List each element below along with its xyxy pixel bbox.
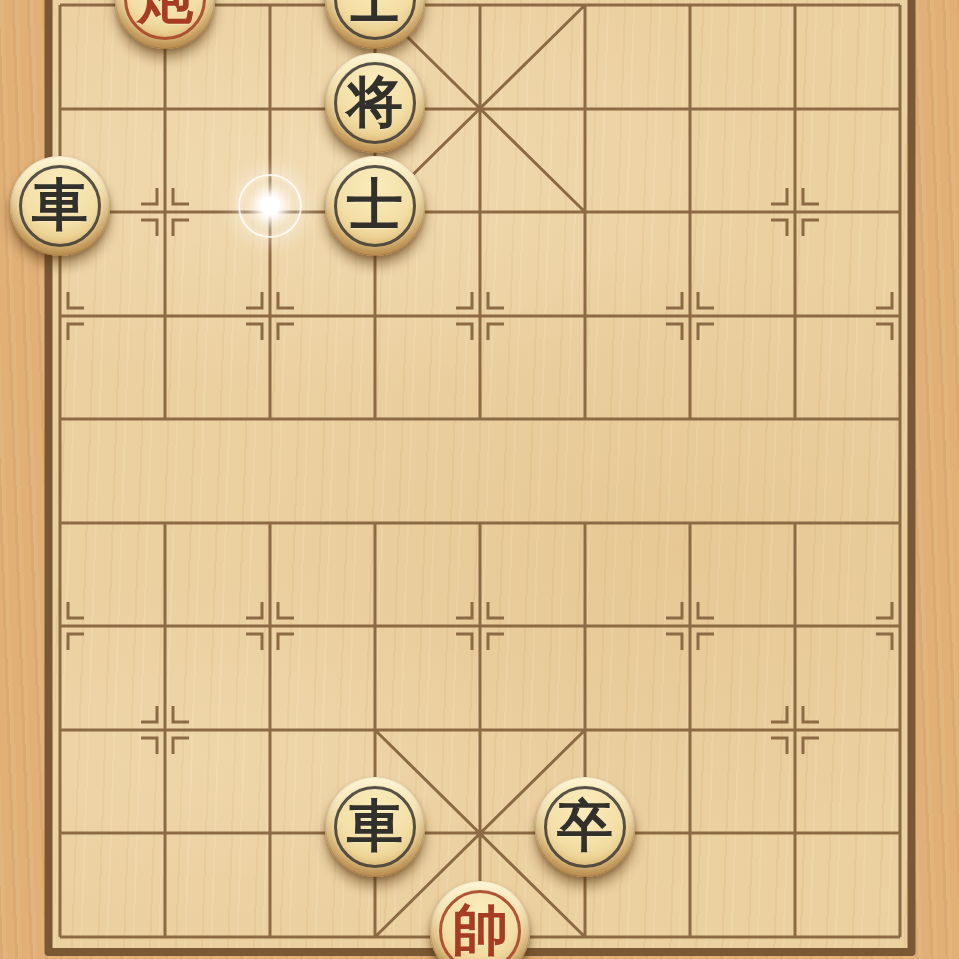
last-move-marker (238, 174, 302, 238)
piece-glyph: 車 (32, 177, 88, 233)
piece-black-soldier[interactable]: 卒 (535, 777, 635, 877)
piece-black-advisor-1[interactable]: 士 (325, 0, 425, 49)
piece-black-chariot-1[interactable]: 車 (10, 156, 110, 256)
piece-glyph: 卒 (557, 798, 613, 854)
piece-red-general[interactable]: 帥 (430, 881, 530, 959)
piece-black-chariot-2[interactable]: 車 (325, 777, 425, 877)
board-intersections-grid: 炮士将車士車卒帥 (8, 0, 953, 959)
piece-glyph: 帥 (452, 902, 508, 958)
piece-red-cannon[interactable]: 炮 (115, 0, 215, 49)
piece-glyph: 炮 (137, 0, 193, 26)
xiangqi-board: 炮士将車士車卒帥 (0, 0, 959, 959)
piece-black-general[interactable]: 将 (325, 53, 425, 153)
piece-glyph: 車 (347, 798, 403, 854)
piece-glyph: 士 (347, 177, 403, 233)
piece-glyph: 士 (347, 0, 403, 26)
piece-glyph: 将 (347, 74, 403, 130)
piece-black-advisor-2[interactable]: 士 (325, 156, 425, 256)
